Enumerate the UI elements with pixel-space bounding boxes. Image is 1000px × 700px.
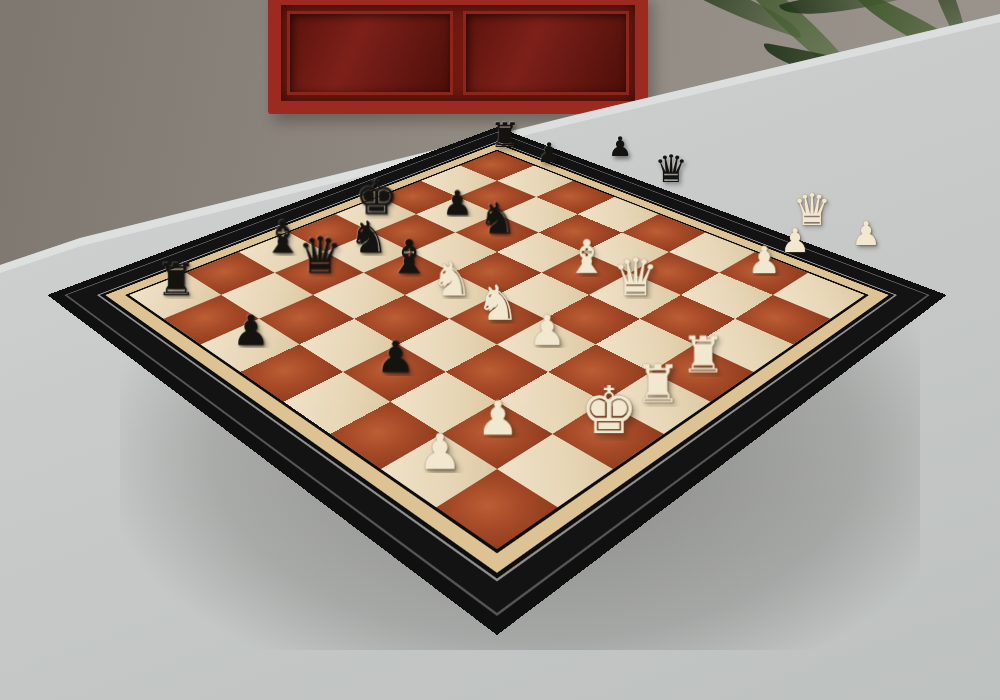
red-cabinet xyxy=(268,0,648,114)
scene: ♚♝♜♟♞♛♞♝♟♞♝♞♟♛♟♟♟♟♜♜♚ ♜♟♟♛ ♟♛♟ xyxy=(0,0,1000,700)
piece-white-pawn-b2[interactable]: ♟ xyxy=(476,394,518,441)
captured-white-queen[interactable]: ♛ xyxy=(792,188,831,232)
piece-black-knight-d7[interactable]: ♞ xyxy=(348,215,387,259)
piece-black-queen-c7[interactable]: ♛ xyxy=(297,231,342,281)
piece-white-knight-d5[interactable]: ♞ xyxy=(430,256,472,303)
piece-black-bishop-c8[interactable]: ♝ xyxy=(262,214,302,259)
piece-black-knight-f6[interactable]: ♞ xyxy=(478,197,516,240)
piece-white-pawn-d3[interactable]: ♟ xyxy=(528,309,566,351)
piece-white-bishop-f4[interactable]: ♝ xyxy=(565,234,607,280)
captured-black-rook[interactable]: ♜ xyxy=(490,118,520,152)
piece-white-pawn-a2[interactable]: ♟ xyxy=(417,428,461,477)
captured-white-pawn[interactable]: ♟ xyxy=(851,217,881,250)
piece-white-queen-f3[interactable]: ♛ xyxy=(612,251,659,303)
piece-black-rook-a8[interactable]: ♜ xyxy=(155,257,195,302)
cabinet-glass-pane xyxy=(463,11,629,95)
captured-black-pawn[interactable]: ♟ xyxy=(608,133,632,160)
piece-white-pawn-h2[interactable]: ♟ xyxy=(747,241,781,279)
piece-white-rook-e1[interactable]: ♜ xyxy=(680,330,725,380)
piece-black-pawn-a6[interactable]: ♟ xyxy=(231,309,269,351)
piece-black-pawn-f7[interactable]: ♟ xyxy=(441,185,472,219)
piece-white-rook-d1[interactable]: ♜ xyxy=(634,358,681,410)
piece-black-pawn-b4[interactable]: ♟ xyxy=(375,335,414,379)
cabinet-glass-pane xyxy=(287,11,453,95)
piece-white-knight-d4[interactable]: ♞ xyxy=(475,278,519,327)
piece-white-king-c1[interactable]: ♚ xyxy=(579,379,638,444)
captured-black-queen[interactable]: ♛ xyxy=(654,150,688,188)
piece-black-bishop-d6[interactable]: ♝ xyxy=(387,234,429,280)
captured-black-pawn[interactable]: ♟ xyxy=(537,139,561,166)
